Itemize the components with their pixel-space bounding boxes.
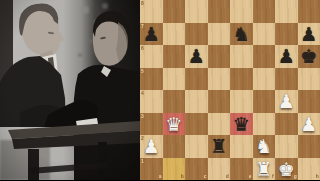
rank-label-3: 3 xyxy=(141,114,144,119)
square-h4 xyxy=(298,90,320,113)
square-c5 xyxy=(185,68,208,91)
square-f2: ♞ xyxy=(253,135,276,158)
rank-label-4: 4 xyxy=(141,91,144,96)
square-e2 xyxy=(230,135,253,158)
chess-board: 8♟7♞♟6♟♟♚54♟3♛♛♟♟2♜♞1abcde♜f♚gh xyxy=(140,0,320,180)
file-label-e: e xyxy=(249,174,252,179)
white-queen-b3: ♛ xyxy=(165,113,182,136)
video-thumbnail[interactable]: 8♟7♞♟6♟♟♚54♟3♛♛♟♟2♜♞1abcde♜f♚gh xyxy=(0,0,320,180)
square-b1: b xyxy=(163,158,186,181)
square-b7 xyxy=(163,23,186,46)
rank-label-5: 5 xyxy=(141,69,144,74)
square-d8 xyxy=(208,0,231,23)
square-g1: ♚g xyxy=(275,158,298,181)
square-c4 xyxy=(185,90,208,113)
square-e4 xyxy=(230,90,253,113)
rank-label-7: 7 xyxy=(141,24,144,29)
square-f4 xyxy=(253,90,276,113)
square-e6 xyxy=(230,45,253,68)
file-label-f: f xyxy=(272,174,274,179)
square-a3: 3 xyxy=(140,113,163,136)
white-pawn-g4: ♟ xyxy=(278,90,295,113)
rank-label-6: 6 xyxy=(141,46,144,51)
square-g5 xyxy=(275,68,298,91)
square-g4: ♟ xyxy=(275,90,298,113)
rank-label-1: 1 xyxy=(141,159,144,164)
square-b4 xyxy=(163,90,186,113)
black-pawn-c6: ♟ xyxy=(188,45,205,68)
square-g6: ♟ xyxy=(275,45,298,68)
square-h1: h xyxy=(298,158,320,181)
black-pawn-h7: ♟ xyxy=(300,23,317,46)
square-g8 xyxy=(275,0,298,23)
square-h7: ♟ xyxy=(298,23,320,46)
square-d3 xyxy=(208,113,231,136)
square-f3 xyxy=(253,113,276,136)
file-label-b: b xyxy=(181,174,184,179)
square-f5 xyxy=(253,68,276,91)
square-e7: ♞ xyxy=(230,23,253,46)
square-h8 xyxy=(298,0,320,23)
square-f1: ♜f xyxy=(253,158,276,181)
square-e1: e xyxy=(230,158,253,181)
square-g2 xyxy=(275,135,298,158)
photo-vignette xyxy=(0,0,140,180)
square-f7 xyxy=(253,23,276,46)
file-label-g: g xyxy=(293,174,296,179)
file-label-a: a xyxy=(159,174,162,179)
players-photo-illustration xyxy=(0,0,140,180)
square-b6 xyxy=(163,45,186,68)
square-f6 xyxy=(253,45,276,68)
square-g7 xyxy=(275,23,298,46)
square-b2 xyxy=(163,135,186,158)
square-h6: ♚ xyxy=(298,45,320,68)
white-rook-f1: ♜ xyxy=(255,158,272,181)
black-pawn-g6: ♟ xyxy=(278,45,295,68)
rank-label-8: 8 xyxy=(141,1,144,6)
players-photo xyxy=(0,0,140,180)
square-b5 xyxy=(163,68,186,91)
square-a4: 4 xyxy=(140,90,163,113)
square-h5 xyxy=(298,68,320,91)
square-c7 xyxy=(185,23,208,46)
square-b3: ♛ xyxy=(163,113,186,136)
square-d7 xyxy=(208,23,231,46)
square-e8 xyxy=(230,0,253,23)
square-a7: ♟7 xyxy=(140,23,163,46)
white-king-g1: ♚ xyxy=(278,158,295,181)
square-c8 xyxy=(185,0,208,23)
square-g3 xyxy=(275,113,298,136)
black-king-h6: ♚ xyxy=(300,45,317,68)
square-h3: ♟ xyxy=(298,113,320,136)
square-d1: d xyxy=(208,158,231,181)
square-a8: 8 xyxy=(140,0,163,23)
black-pawn-a7: ♟ xyxy=(143,23,160,46)
file-label-h: h xyxy=(316,174,319,179)
square-h2 xyxy=(298,135,320,158)
square-d6 xyxy=(208,45,231,68)
rank-label-2: 2 xyxy=(141,136,144,141)
square-f8 xyxy=(253,0,276,23)
square-d4 xyxy=(208,90,231,113)
square-a2: ♟2 xyxy=(140,135,163,158)
black-knight-e7: ♞ xyxy=(233,23,250,46)
white-knight-f2: ♞ xyxy=(255,135,272,158)
square-e3: ♛ xyxy=(230,113,253,136)
square-b8 xyxy=(163,0,186,23)
square-d5 xyxy=(208,68,231,91)
square-e5 xyxy=(230,68,253,91)
file-label-c: c xyxy=(204,174,207,179)
square-d2: ♜ xyxy=(208,135,231,158)
square-a1: 1a xyxy=(140,158,163,181)
square-c6: ♟ xyxy=(185,45,208,68)
black-rook-d2: ♜ xyxy=(210,135,227,158)
white-pawn-h3: ♟ xyxy=(300,113,317,136)
square-c1: c xyxy=(185,158,208,181)
black-queen-e3: ♛ xyxy=(233,113,250,136)
square-c2 xyxy=(185,135,208,158)
square-a6: 6 xyxy=(140,45,163,68)
square-c3 xyxy=(185,113,208,136)
square-a5: 5 xyxy=(140,68,163,91)
file-label-d: d xyxy=(226,174,229,179)
white-pawn-a2: ♟ xyxy=(143,135,160,158)
